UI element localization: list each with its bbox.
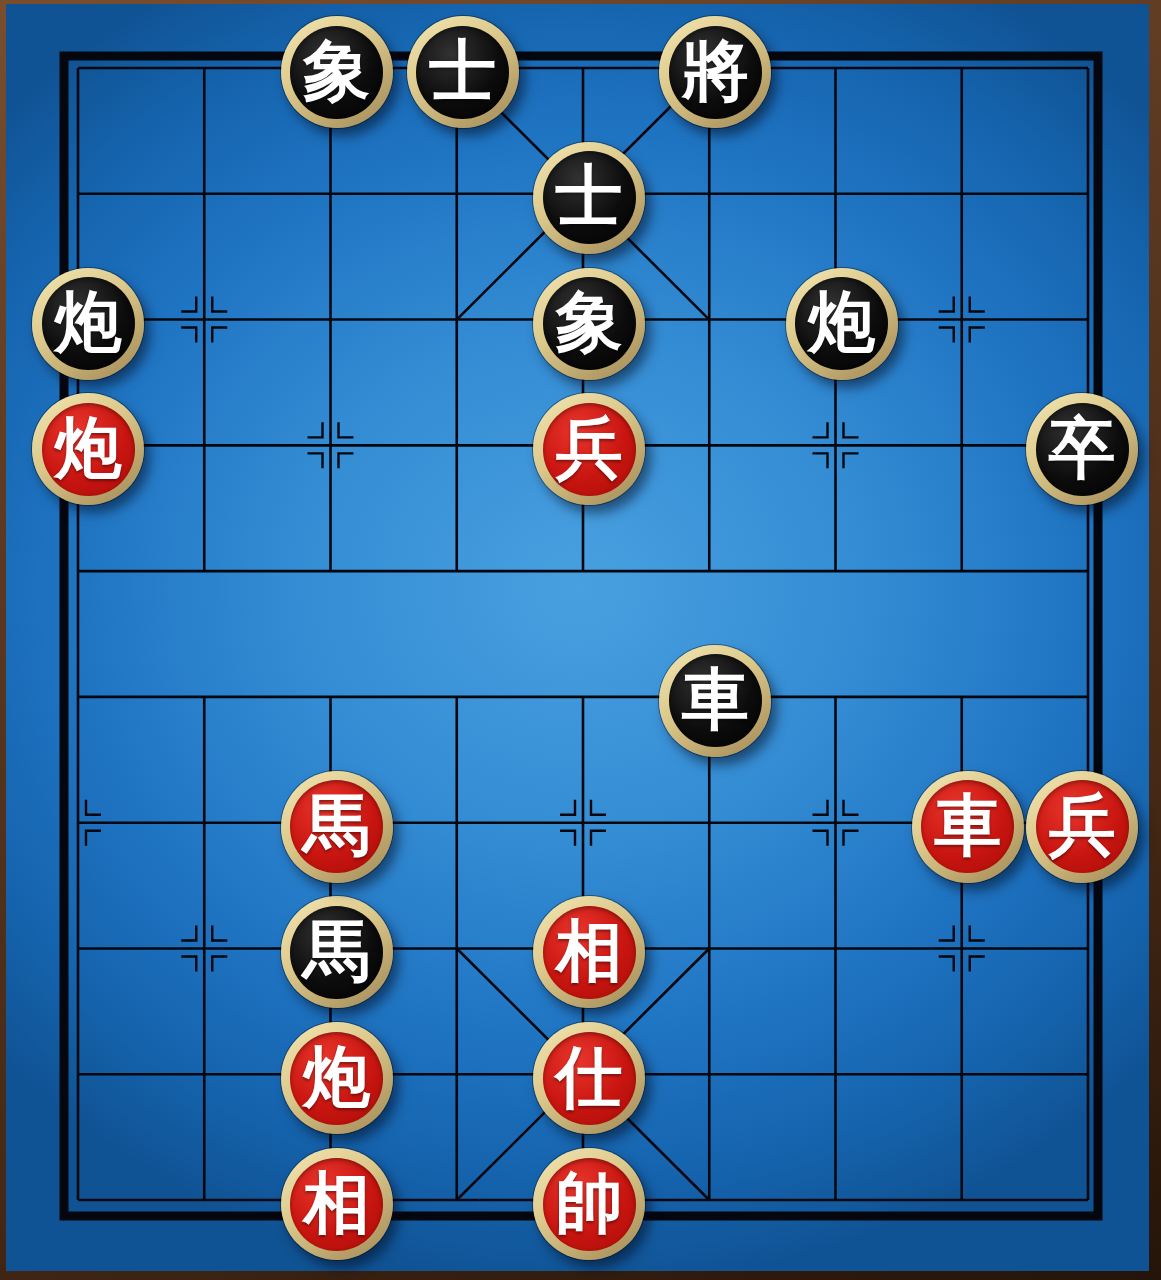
piece-face: 象 <box>290 26 383 119</box>
piece-face: 將 <box>669 26 762 119</box>
piece-glyph: 卒 <box>1049 414 1116 481</box>
black-cannon-2[interactable]: 炮 <box>786 268 898 380</box>
piece-glyph: 炮 <box>55 288 122 355</box>
piece-face: 車 <box>669 654 762 747</box>
piece-glyph: 士 <box>429 37 496 104</box>
piece-glyph: 馬 <box>303 791 370 858</box>
piece-face: 兵 <box>1036 780 1129 873</box>
piece-face: 兵 <box>543 403 636 496</box>
red-cannon-2[interactable]: 炮 <box>281 1022 393 1134</box>
piece-face: 馬 <box>290 780 383 873</box>
piece-face: 炮 <box>42 277 135 370</box>
red-elephant-1[interactable]: 相 <box>533 896 645 1008</box>
piece-face: 卒 <box>1036 403 1129 496</box>
piece-face: 相 <box>543 906 636 999</box>
red-elephant-2[interactable]: 相 <box>281 1148 393 1260</box>
xiangqi-app: 象士將士炮象炮卒車馬炮兵馬車兵相炮仕相帥 <box>0 0 1161 1280</box>
black-horse-1[interactable]: 馬 <box>281 896 393 1008</box>
piece-glyph: 將 <box>682 37 749 104</box>
red-chariot-1[interactable]: 車 <box>912 771 1024 883</box>
piece-face: 仕 <box>543 1032 636 1125</box>
piece-glyph: 車 <box>934 791 1001 858</box>
red-horse-1[interactable]: 馬 <box>281 771 393 883</box>
piece-face: 帥 <box>543 1158 636 1251</box>
piece-glyph: 相 <box>303 1169 370 1236</box>
piece-face: 炮 <box>42 403 135 496</box>
piece-glyph: 炮 <box>55 414 122 481</box>
xiangqi-board[interactable]: 象士將士炮象炮卒車馬炮兵馬車兵相炮仕相帥 <box>6 4 1149 1271</box>
black-soldier-1[interactable]: 卒 <box>1026 393 1138 505</box>
black-advisor-1[interactable]: 士 <box>407 16 519 128</box>
red-soldier-2[interactable]: 兵 <box>1026 771 1138 883</box>
piece-glyph: 炮 <box>808 288 875 355</box>
piece-glyph: 士 <box>556 162 623 229</box>
piece-glyph: 馬 <box>303 917 370 984</box>
piece-glyph: 帥 <box>556 1169 623 1236</box>
black-elephant-2[interactable]: 象 <box>533 268 645 380</box>
piece-glyph: 相 <box>556 917 623 984</box>
red-soldier-1[interactable]: 兵 <box>533 393 645 505</box>
pieces-layer: 象士將士炮象炮卒車馬炮兵馬車兵相炮仕相帥 <box>6 4 1161 1280</box>
piece-glyph: 兵 <box>1049 791 1116 858</box>
black-advisor-2[interactable]: 士 <box>533 142 645 254</box>
black-chariot-1[interactable]: 車 <box>659 645 771 757</box>
black-cannon-1[interactable]: 炮 <box>32 268 144 380</box>
piece-face: 馬 <box>290 906 383 999</box>
piece-face: 炮 <box>290 1032 383 1125</box>
piece-glyph: 兵 <box>556 414 623 481</box>
red-general[interactable]: 帥 <box>533 1148 645 1260</box>
piece-face: 士 <box>416 26 509 119</box>
piece-face: 士 <box>543 151 636 244</box>
piece-glyph: 炮 <box>303 1043 370 1110</box>
black-general[interactable]: 將 <box>659 16 771 128</box>
piece-face: 象 <box>543 277 636 370</box>
piece-glyph: 象 <box>303 37 370 104</box>
black-elephant-1[interactable]: 象 <box>281 16 393 128</box>
piece-face: 相 <box>290 1158 383 1251</box>
piece-glyph: 仕 <box>556 1043 623 1110</box>
red-advisor-1[interactable]: 仕 <box>533 1022 645 1134</box>
piece-face: 車 <box>921 780 1014 873</box>
piece-glyph: 車 <box>682 665 749 732</box>
red-cannon-1[interactable]: 炮 <box>32 393 144 505</box>
piece-face: 炮 <box>795 277 888 370</box>
piece-glyph: 象 <box>556 288 623 355</box>
